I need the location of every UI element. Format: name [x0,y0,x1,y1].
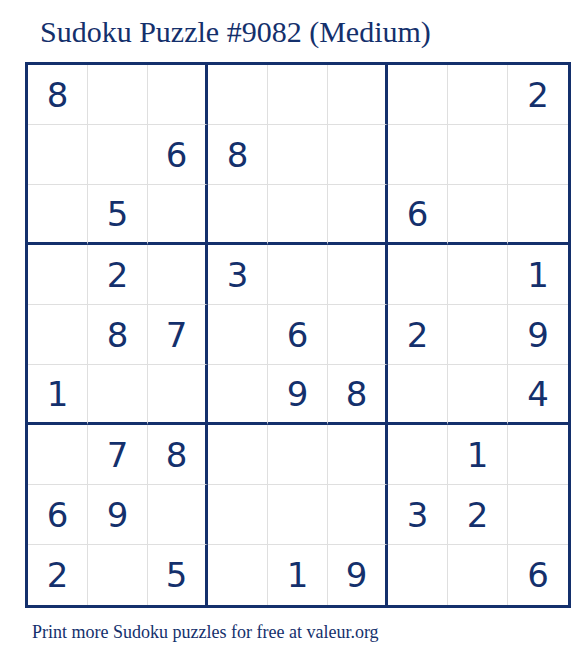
cell-r8c2: 9 [88,485,148,545]
footer-text: Print more Sudoku puzzles for free at va… [32,622,574,643]
sudoku-grid: 826856231876291984781693225196 [25,62,571,608]
cell-r2c4: 8 [208,125,268,185]
cell-r2c6 [328,125,388,185]
cell-r1c5 [268,65,328,125]
cell-r3c4 [208,185,268,245]
cell-r7c1 [28,425,88,485]
cell-r5c2: 8 [88,305,148,365]
cell-r4c6 [328,245,388,305]
cell-r1c8 [448,65,508,125]
cell-r1c1: 8 [28,65,88,125]
cell-r3c7: 6 [388,185,448,245]
cell-r4c2: 2 [88,245,148,305]
cell-r7c5 [268,425,328,485]
cell-r4c5 [268,245,328,305]
cell-r5c3: 7 [148,305,208,365]
cell-r3c5 [268,185,328,245]
cell-r7c9 [508,425,568,485]
cell-r6c8 [448,365,508,425]
cell-r8c5 [268,485,328,545]
cell-r7c3: 8 [148,425,208,485]
cell-r2c8 [448,125,508,185]
cell-r9c6: 9 [328,545,388,605]
cell-r1c2 [88,65,148,125]
cell-r3c6 [328,185,388,245]
cell-r6c7 [388,365,448,425]
cell-r2c5 [268,125,328,185]
cell-r2c3: 6 [148,125,208,185]
cell-r9c2 [88,545,148,605]
cell-r5c6 [328,305,388,365]
cell-r7c8: 1 [448,425,508,485]
cell-r9c5: 1 [268,545,328,605]
cell-r4c7 [388,245,448,305]
cell-r3c8 [448,185,508,245]
cell-r7c6 [328,425,388,485]
cell-r3c1 [28,185,88,245]
cell-r8c9 [508,485,568,545]
cell-r4c8 [448,245,508,305]
cell-r1c7 [388,65,448,125]
cell-r7c2: 7 [88,425,148,485]
cell-r4c9: 1 [508,245,568,305]
cell-r5c1 [28,305,88,365]
cell-r6c5: 9 [268,365,328,425]
cell-r1c4 [208,65,268,125]
cell-r6c1: 1 [28,365,88,425]
cell-r2c7 [388,125,448,185]
cell-r5c5: 6 [268,305,328,365]
cell-r5c8 [448,305,508,365]
cell-r2c2 [88,125,148,185]
cell-r6c6: 8 [328,365,388,425]
cell-r9c1: 2 [28,545,88,605]
cell-r4c3 [148,245,208,305]
cell-r6c4 [208,365,268,425]
cell-r9c7 [388,545,448,605]
cell-r5c9: 9 [508,305,568,365]
cell-r8c8: 2 [448,485,508,545]
cell-r6c9: 4 [508,365,568,425]
cell-r3c3 [148,185,208,245]
cell-r4c4: 3 [208,245,268,305]
cell-r6c2 [88,365,148,425]
cell-r2c9 [508,125,568,185]
page-title: Sudoku Puzzle #9082 (Medium) [40,15,574,48]
cell-r3c9 [508,185,568,245]
cell-r4c1 [28,245,88,305]
cell-r5c4 [208,305,268,365]
cell-r8c7: 3 [388,485,448,545]
cell-r5c7: 2 [388,305,448,365]
cell-r1c9: 2 [508,65,568,125]
cell-r8c4 [208,485,268,545]
cell-r1c6 [328,65,388,125]
cell-r7c7 [388,425,448,485]
cell-r3c2: 5 [88,185,148,245]
cell-r6c3 [148,365,208,425]
cell-r9c9: 6 [508,545,568,605]
cell-r2c1 [28,125,88,185]
cell-r8c6 [328,485,388,545]
cell-r8c3 [148,485,208,545]
cell-r7c4 [208,425,268,485]
cell-r9c4 [208,545,268,605]
cell-r8c1: 6 [28,485,88,545]
cell-r9c8 [448,545,508,605]
cell-r1c3 [148,65,208,125]
cell-r9c3: 5 [148,545,208,605]
